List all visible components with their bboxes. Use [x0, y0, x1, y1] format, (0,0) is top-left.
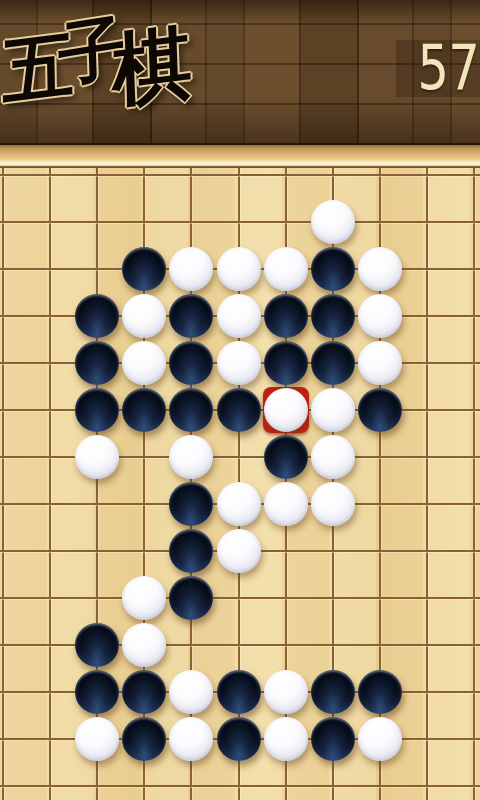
- stone-black: [169, 482, 213, 526]
- stone-black: [122, 247, 166, 291]
- stone-black: [311, 670, 355, 714]
- stone-white: [122, 294, 166, 338]
- stone-white: [264, 482, 308, 526]
- grid-line: [0, 785, 480, 787]
- grid-line: [0, 174, 480, 176]
- stone-black: [217, 670, 261, 714]
- stone-white: [169, 717, 213, 761]
- title-char: 棋: [111, 21, 193, 111]
- grid-line: [473, 168, 475, 800]
- move-counter: 57: [417, 37, 479, 99]
- board[interactable]: [0, 168, 480, 800]
- stone-black: [217, 388, 261, 432]
- stone-white: [169, 670, 213, 714]
- stone-black: [169, 388, 213, 432]
- grid-line: [0, 221, 480, 223]
- grid-line: [0, 456, 480, 458]
- stone-white: [311, 435, 355, 479]
- grid-line: [0, 597, 480, 599]
- stone-white: [358, 247, 402, 291]
- stone-black: [75, 294, 119, 338]
- stone-black: [122, 717, 166, 761]
- stone-white: [75, 717, 119, 761]
- stone-white: [264, 670, 308, 714]
- stone-white: [264, 247, 308, 291]
- stone-black: [75, 388, 119, 432]
- stone-white: [311, 482, 355, 526]
- stone-white: [122, 341, 166, 385]
- stone-white: [264, 388, 308, 432]
- stone-black: [311, 341, 355, 385]
- stone-white: [217, 482, 261, 526]
- stone-black: [169, 529, 213, 573]
- stone-white: [358, 341, 402, 385]
- stone-black: [264, 435, 308, 479]
- stone-black: [75, 670, 119, 714]
- stone-black: [75, 623, 119, 667]
- stone-white: [264, 717, 308, 761]
- stone-black: [358, 388, 402, 432]
- stone-white: [169, 435, 213, 479]
- game-screen: 五 子 棋 57: [0, 0, 480, 800]
- stone-white: [311, 200, 355, 244]
- grid-line: [2, 168, 4, 800]
- stone-black: [169, 576, 213, 620]
- stone-white: [122, 576, 166, 620]
- grid-line: [49, 168, 51, 800]
- stone-black: [358, 670, 402, 714]
- stone-black: [122, 670, 166, 714]
- stone-black: [217, 717, 261, 761]
- stone-white: [75, 435, 119, 479]
- stone-white: [217, 529, 261, 573]
- stone-white: [217, 247, 261, 291]
- stone-white: [169, 247, 213, 291]
- grid-line: [426, 168, 428, 800]
- stone-black: [311, 247, 355, 291]
- board-edge: [0, 145, 480, 168]
- stone-black: [264, 294, 308, 338]
- stone-black: [122, 388, 166, 432]
- stone-white: [358, 294, 402, 338]
- stone-white: [217, 294, 261, 338]
- stone-white: [217, 341, 261, 385]
- stone-white: [358, 717, 402, 761]
- app-title: 五 子 棋: [0, 0, 230, 145]
- stone-black: [75, 341, 119, 385]
- stone-black: [169, 341, 213, 385]
- stone-black: [311, 717, 355, 761]
- header: 五 子 棋 57: [0, 0, 480, 145]
- stone-white: [122, 623, 166, 667]
- stone-black: [311, 294, 355, 338]
- stone-black: [264, 341, 308, 385]
- stone-white: [311, 388, 355, 432]
- grid-line: [0, 644, 480, 646]
- stone-black: [169, 294, 213, 338]
